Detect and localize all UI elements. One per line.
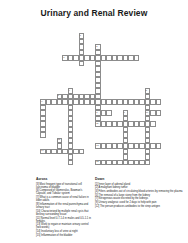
across-header: Across: [36, 177, 92, 181]
clue-number: 5: [146, 89, 147, 91]
down-clue: [9] Urinary analgesic used for 2 days to…: [95, 201, 185, 204]
down-clue: [7] Nitrogenous waste excreted by the ki…: [95, 197, 185, 200]
grid-cell: [79, 149, 85, 155]
across-clue-list: [3] Most frequent type of transitional c…: [36, 183, 92, 238]
across-clue: [8] Inflammation of the renal parenchyma…: [36, 203, 92, 209]
down-clue: [2] A malignant kidney tumor: [95, 186, 185, 189]
clue-number: 13: [96, 144, 98, 146]
clue-number: 6: [58, 94, 59, 96]
crossword-grid: 123456789101112131415: [40, 33, 161, 165]
clue-number: 8: [96, 111, 97, 113]
grid-cell: [134, 55, 140, 61]
across-clue: [3] Most frequent type of transitional c…: [36, 183, 92, 189]
clue-number: 15: [96, 160, 98, 162]
clue-number: 7: [41, 100, 42, 102]
across-clue: [7] What is a common cause of renal fail…: [36, 196, 92, 202]
clue-number: 14: [41, 149, 43, 151]
across-clues: Across [3] Most frequent type of transit…: [36, 177, 92, 238]
clue-number: 12: [58, 138, 60, 140]
clue-number: 1: [80, 34, 81, 36]
clue-number: 3: [63, 56, 64, 58]
across-clue: [15] Inflammation of the bladder: [36, 234, 92, 237]
across-clue: [11] Normal level 0.7-1.4 in males and 0…: [36, 217, 92, 223]
clue-number: 4: [69, 89, 70, 91]
grid-cell: [68, 160, 74, 166]
clue-number: 9: [124, 111, 125, 113]
grid-cell: [40, 132, 46, 138]
across-clue: [6] Composed of Glomerulus, Bowman's Cap…: [36, 189, 92, 195]
down-clue: [12] The person produces antibodies to t…: [95, 205, 185, 208]
down-clues: Down [1] Inner layer of adrenal gland[2]…: [95, 177, 185, 208]
across-clue: [14] Involuntary loss of urine at night: [36, 230, 92, 233]
clue-number: 2: [96, 45, 97, 47]
down-header: Down: [95, 177, 185, 181]
grid-cell: [106, 110, 112, 116]
clue-number: 10: [146, 111, 148, 113]
grid-cell: [145, 160, 151, 166]
clue-number: 11: [96, 122, 98, 124]
across-clue: [10] Characterized by multiple renal cys…: [36, 210, 92, 216]
grid-cell: [150, 121, 156, 127]
down-clue: [4] Filters antibodies out of circulatin…: [95, 190, 185, 193]
grid-cell: [156, 99, 162, 105]
page-title: Urinary and Renal Review: [0, 8, 188, 18]
grid-cell: [79, 61, 85, 67]
down-clue-list: [1] Inner layer of adrenal gland[2] A ma…: [95, 183, 185, 208]
grid-cell: [156, 110, 162, 116]
across-clue: [13] Work to regain or maintain urinary …: [36, 223, 92, 229]
grid-cell: [156, 143, 162, 149]
